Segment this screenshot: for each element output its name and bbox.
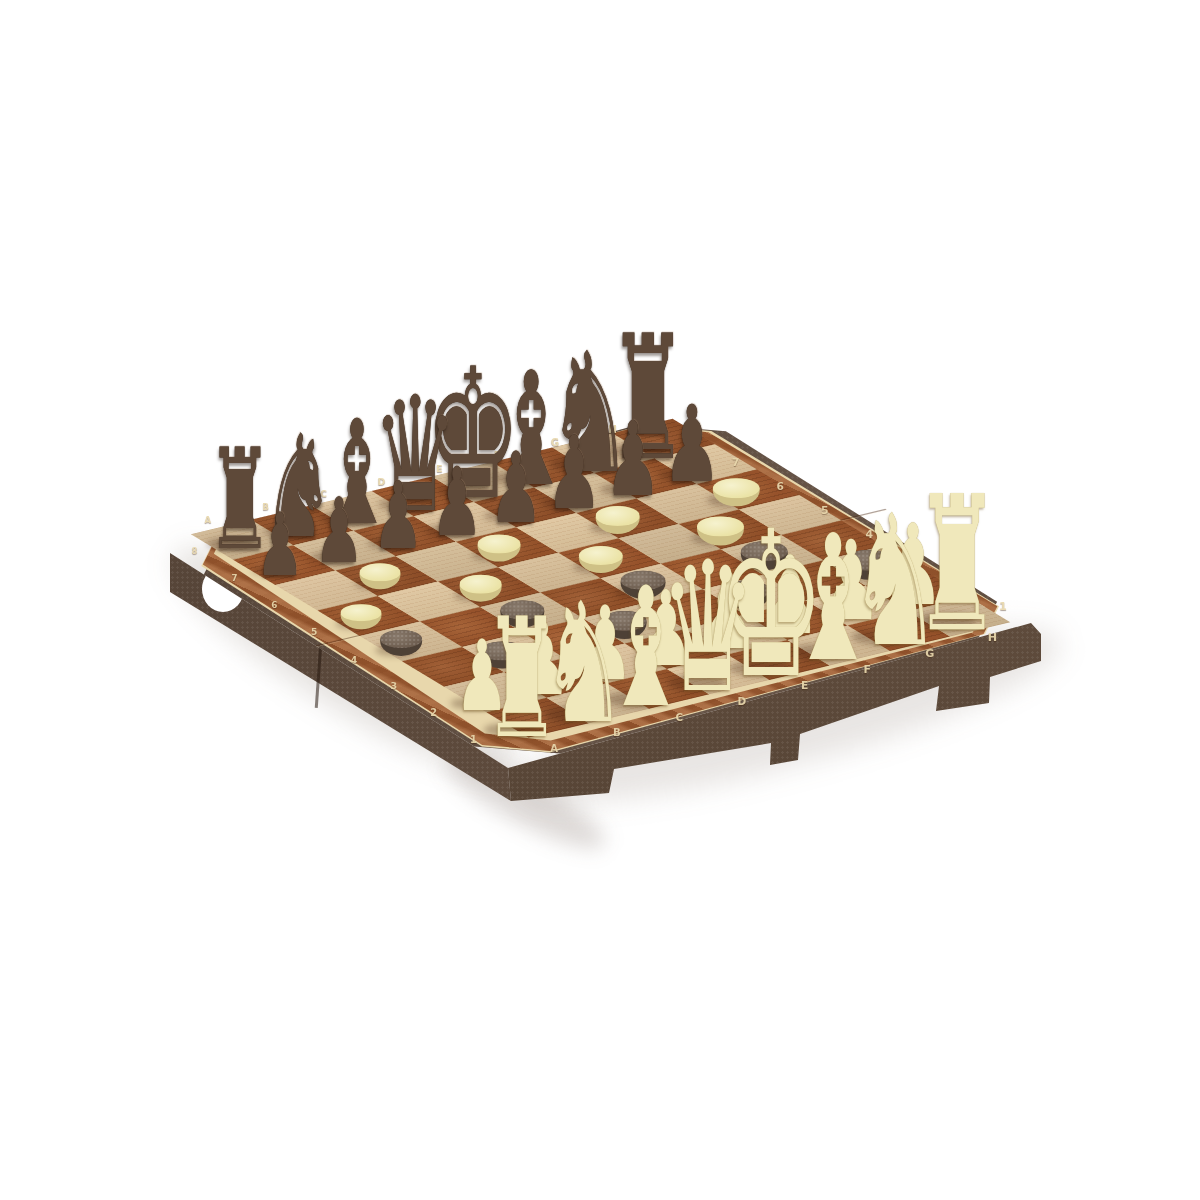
- black-pawn-glyph: ♟: [314, 486, 364, 576]
- coord-label-5: 5: [311, 627, 317, 637]
- coord-label-3: 3: [391, 680, 398, 691]
- white-rook-glyph: ♜: [484, 597, 561, 762]
- checker-top: [359, 563, 400, 581]
- coord-label-2: 2: [430, 707, 437, 718]
- checker-top: [340, 604, 381, 622]
- light-checker-d6[interactable]: [477, 535, 520, 562]
- light-checker-f6[interactable]: [595, 506, 640, 534]
- checker-top: [477, 535, 520, 554]
- checker-top: [595, 506, 640, 525]
- product-photo-scene: 11AA22BB33CC44DD55EE66FF77GG88HH ♜♞♝♛♚♝♞…: [0, 0, 1200, 1200]
- checker-top: [380, 630, 422, 648]
- black-pawn-glyph: ♟: [256, 502, 304, 589]
- coord-label-4: 4: [351, 653, 357, 664]
- light-checker-a5[interactable]: [340, 604, 381, 629]
- pieces-layer: ♜♞♝♛♚♝♞♜♟♟♟♟♟♟♟♟♟♟♟♟♟♟♟♟♜♞♝♛♚♝♞♜: [0, 0, 1200, 1200]
- coord-label-6: 6: [271, 600, 277, 610]
- black-pawn-a7[interactable]: ♟: [241, 502, 319, 589]
- black-pawn-glyph: ♟: [372, 470, 424, 563]
- dark-checker-a4[interactable]: [380, 630, 422, 656]
- light-checker-b6[interactable]: [359, 563, 400, 588]
- white-rook-a1[interactable]: ♜: [448, 597, 596, 762]
